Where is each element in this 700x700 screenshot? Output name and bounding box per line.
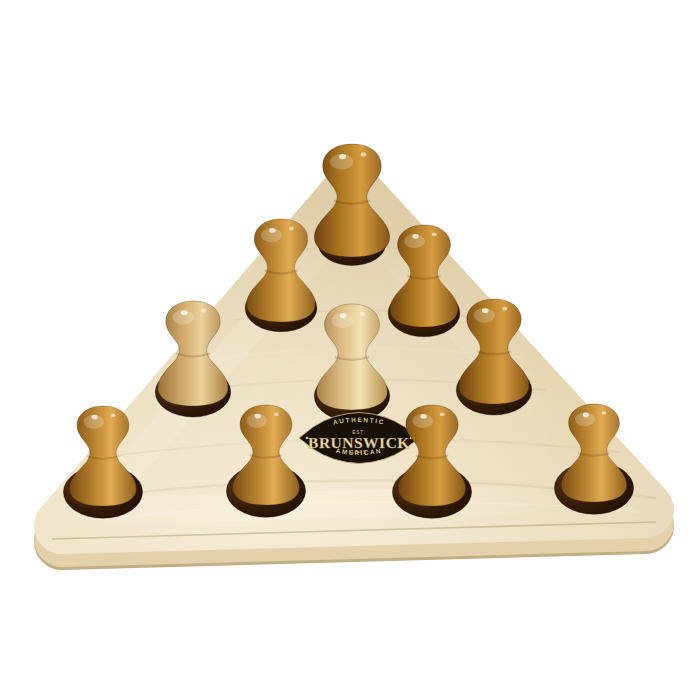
- peg-highlight-dot: [361, 152, 366, 156]
- peg-highlight-dot: [339, 154, 346, 159]
- peg-highlight-dot: [482, 308, 489, 313]
- peg-board-scene: AUTHENTIC EST. BRUNSWICK 1845 AMERICAN: [0, 0, 700, 700]
- peg-highlight-dot: [360, 312, 365, 316]
- peg-highlight-dot: [181, 310, 188, 315]
- peg-highlight-dot: [269, 228, 275, 233]
- badge-brand-text: BRUNSWICK: [308, 434, 410, 451]
- peg-highlight-dot: [201, 309, 206, 313]
- peg-highlight-dot: [502, 307, 507, 311]
- peg-highlight-dot: [340, 313, 347, 318]
- peg-highlight-dot: [255, 414, 261, 419]
- board: AUTHENTIC EST. BRUNSWICK 1845 AMERICAN: [0, 0, 700, 700]
- peg-highlight-dot: [289, 227, 294, 231]
- peg-highlight-dot: [602, 411, 607, 415]
- peg-highlight-dot: [412, 234, 418, 239]
- peg-highlight-dot: [583, 413, 589, 418]
- peg-highlight-dot: [440, 412, 445, 416]
- peg-highlight-dot: [420, 414, 426, 419]
- peg-highlight-dot: [92, 415, 98, 420]
- peg-highlight-dot: [111, 413, 116, 417]
- peg-highlight-dot: [432, 233, 437, 237]
- peg-highlight-dot: [274, 412, 279, 416]
